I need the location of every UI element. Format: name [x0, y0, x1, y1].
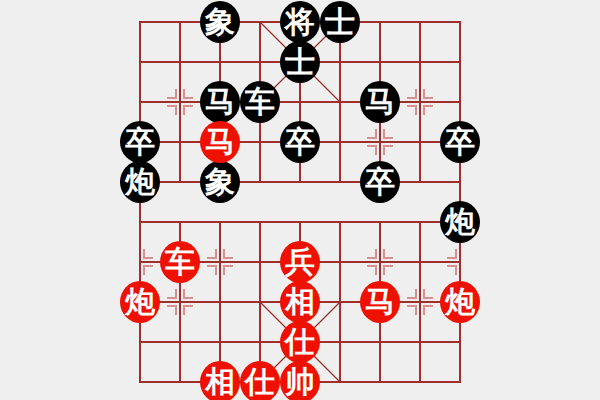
piece-red-general[interactable]: 帅: [280, 361, 320, 400]
piece-red-chariot[interactable]: 车: [160, 241, 200, 283]
piece-red-advisor[interactable]: 仕: [240, 361, 280, 400]
piece-black-advisor[interactable]: 士: [320, 1, 360, 43]
piece-red-elephant[interactable]: 相: [200, 361, 240, 400]
piece-grid: 象将士士马车马卒卒卒炮象卒炮马车兵炮相马炮仕相仕帅: [120, 2, 480, 400]
piece-black-chariot[interactable]: 车: [240, 81, 280, 123]
xiangqi-board: 象将士士马车马卒卒卒炮象卒炮马车兵炮相马炮仕相仕帅: [0, 0, 600, 400]
board-point: 车: [240, 82, 280, 122]
board-point: 将: [280, 2, 320, 42]
piece-red-pawn[interactable]: 兵: [280, 241, 320, 283]
piece-black-general[interactable]: 将: [280, 1, 320, 43]
board-point: 相: [280, 282, 320, 322]
board-point: 仕: [240, 362, 280, 400]
board-point: 象: [200, 2, 240, 42]
board-point: 帅: [280, 362, 320, 400]
board-point: 马: [200, 122, 240, 162]
piece-black-elephant[interactable]: 象: [200, 161, 240, 203]
piece-black-pawn[interactable]: 卒: [280, 121, 320, 163]
piece-black-advisor[interactable]: 士: [280, 41, 320, 83]
piece-red-advisor[interactable]: 仕: [280, 321, 320, 363]
board-point: 相: [200, 362, 240, 400]
board-point: 炮: [120, 162, 160, 202]
piece-black-horse[interactable]: 马: [360, 81, 400, 123]
board-point: 炮: [440, 282, 480, 322]
board-point: 士: [280, 42, 320, 82]
board-point: 马: [200, 82, 240, 122]
board-point: 炮: [440, 202, 480, 242]
board-point: 仕: [280, 322, 320, 362]
piece-black-pawn[interactable]: 卒: [120, 121, 160, 163]
piece-red-horse[interactable]: 马: [200, 121, 240, 163]
piece-red-elephant[interactable]: 相: [280, 281, 320, 323]
board-point: 卒: [120, 122, 160, 162]
piece-black-pawn[interactable]: 卒: [440, 121, 480, 163]
piece-black-cannon[interactable]: 炮: [440, 201, 480, 243]
piece-red-cannon[interactable]: 炮: [440, 281, 480, 323]
board-point: 象: [200, 162, 240, 202]
board-point: 卒: [440, 122, 480, 162]
piece-black-cannon[interactable]: 炮: [120, 161, 160, 203]
piece-red-cannon[interactable]: 炮: [120, 281, 160, 323]
board-point: 马: [360, 282, 400, 322]
piece-black-horse[interactable]: 马: [200, 81, 240, 123]
board-point: 车: [160, 242, 200, 282]
board-point: 卒: [360, 162, 400, 202]
board-point: 卒: [280, 122, 320, 162]
board-point: 兵: [280, 242, 320, 282]
board-point: 士: [320, 2, 360, 42]
piece-red-horse[interactable]: 马: [360, 281, 400, 323]
board-point: 马: [360, 82, 400, 122]
board-point: 炮: [120, 282, 160, 322]
piece-black-pawn[interactable]: 卒: [360, 161, 400, 203]
piece-black-elephant[interactable]: 象: [200, 1, 240, 43]
